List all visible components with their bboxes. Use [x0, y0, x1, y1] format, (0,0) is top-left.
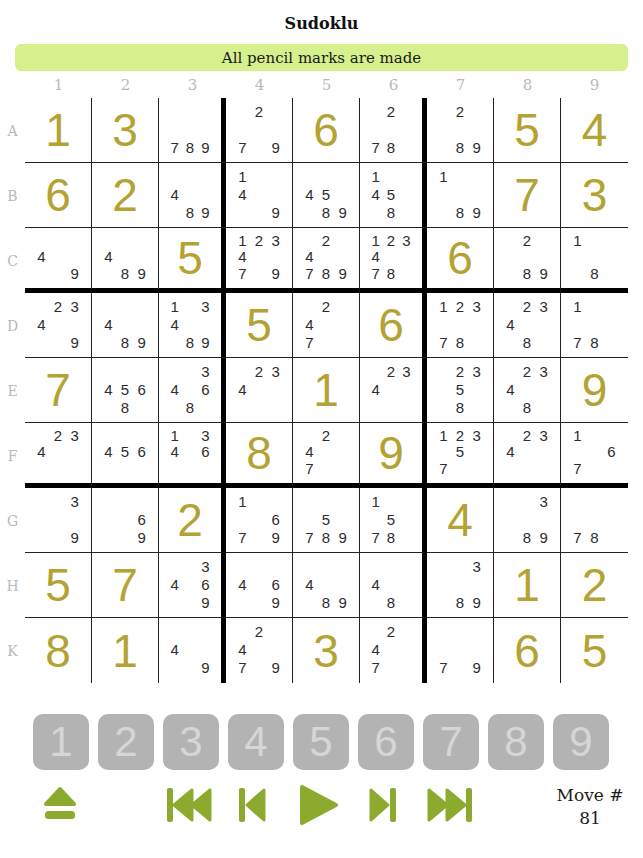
pencil-mark-1: 1 — [435, 427, 452, 444]
pencil-mark-9: 9 — [198, 138, 213, 156]
pencil-mark-7: 7 — [569, 333, 586, 351]
solved-digit: 1 — [293, 358, 359, 422]
solved-digit: 9 — [360, 423, 422, 483]
pencil-mark-4: 4 — [167, 444, 182, 461]
cell-H2[interactable]: 7 — [92, 553, 159, 618]
pencil-mark-9: 9 — [133, 528, 150, 546]
cell-F5[interactable]: 247 — [293, 423, 360, 488]
cell-E1[interactable]: 7 — [25, 358, 92, 423]
cell-F3[interactable]: 1346 — [159, 423, 226, 488]
cell-A1[interactable]: 1 — [25, 98, 92, 163]
cell-C7[interactable]: 6 — [427, 228, 494, 293]
cell-F6[interactable]: 9 — [360, 423, 427, 488]
cell-K6[interactable]: 247 — [360, 618, 427, 683]
pencil-marks: 123479 — [234, 232, 284, 282]
cell-K4[interactable]: 2479 — [226, 618, 293, 683]
pencil-mark-8: 8 — [383, 265, 398, 282]
cell-K2[interactable]: 1 — [92, 618, 159, 683]
pencil-mark-4: 4 — [368, 575, 383, 593]
pencil-mark-9: 9 — [198, 659, 213, 677]
numpad-button-8[interactable]: 8 — [488, 714, 544, 770]
cell-B5[interactable]: 4589 — [293, 163, 360, 228]
cell-G6[interactable]: 1578 — [360, 488, 427, 553]
column-label-2: 2 — [92, 76, 159, 94]
pencil-mark-4: 4 — [234, 249, 251, 266]
pencil-marks: 78 — [569, 492, 620, 546]
pencil-mark-9: 9 — [267, 659, 284, 677]
solved-digit: 1 — [25, 98, 91, 162]
column-label-3: 3 — [159, 76, 226, 94]
pencil-mark-7: 7 — [167, 138, 182, 156]
pencil-mark-2: 2 — [318, 297, 335, 315]
cell-F9[interactable]: 167 — [561, 423, 628, 488]
pencil-mark-9: 9 — [66, 333, 83, 351]
pencil-marks: 247 — [368, 622, 414, 677]
pencil-mark-7: 7 — [301, 333, 318, 351]
pencil-mark-4: 4 — [100, 444, 117, 461]
pencil-marks: 389 — [502, 492, 552, 546]
pencil-mark-9: 9 — [334, 593, 351, 611]
pencil-mark-8: 8 — [318, 528, 335, 546]
pencil-mark-6: 6 — [133, 444, 150, 461]
pencil-mark-7: 7 — [234, 659, 251, 677]
pencil-mark-8: 8 — [182, 333, 197, 351]
pencil-mark-2: 2 — [318, 427, 335, 444]
pencil-mark-4: 4 — [167, 185, 182, 203]
cell-E6[interactable]: 234 — [360, 358, 427, 423]
pencil-marks: 789 — [167, 102, 213, 156]
status-banner: All pencil marks are made — [15, 44, 628, 71]
pencil-mark-1: 1 — [435, 297, 452, 315]
status-banner-text: All pencil marks are made — [222, 49, 421, 67]
pencil-mark-8: 8 — [383, 138, 398, 156]
pencil-mark-2: 2 — [50, 427, 67, 444]
pencil-mark-8: 8 — [586, 528, 603, 546]
pencil-marks: 167 — [569, 427, 620, 477]
pencil-mark-3: 3 — [66, 492, 83, 510]
cell-H5[interactable]: 489 — [293, 553, 360, 618]
pencil-mark-4: 4 — [301, 249, 318, 266]
pencil-mark-5: 5 — [117, 380, 134, 398]
pencil-marks: 12357 — [435, 427, 485, 477]
pencil-marks: 2479 — [234, 622, 284, 677]
pencil-marks: 389 — [435, 557, 485, 611]
pencil-mark-9: 9 — [66, 528, 83, 546]
pencil-mark-9: 9 — [334, 265, 351, 282]
pencil-marks: 289 — [502, 232, 552, 282]
pencil-mark-2: 2 — [519, 297, 536, 315]
cell-C8[interactable]: 289 — [494, 228, 561, 293]
cell-C5[interactable]: 24789 — [293, 228, 360, 293]
cell-F1[interactable]: 234 — [25, 423, 92, 488]
cell-F8[interactable]: 234 — [494, 423, 561, 488]
cell-D5[interactable]: 247 — [293, 293, 360, 358]
cell-B3[interactable]: 489 — [159, 163, 226, 228]
numpad-button-6[interactable]: 6 — [358, 714, 414, 770]
step-back-button[interactable] — [239, 788, 266, 822]
pencil-mark-1: 1 — [368, 167, 383, 185]
pencil-mark-2: 2 — [251, 622, 268, 640]
pencil-mark-8: 8 — [519, 265, 536, 282]
cell-A6[interactable]: 278 — [360, 98, 427, 163]
pencil-mark-2: 2 — [383, 362, 398, 380]
cell-G4[interactable]: 1679 — [226, 488, 293, 553]
row-label-C: C — [0, 228, 25, 293]
pencil-marks: 278 — [368, 102, 414, 156]
solved-digit: 3 — [293, 618, 359, 683]
pencil-marks: 489 — [301, 557, 351, 611]
pencil-mark-6: 6 — [133, 510, 150, 528]
pencil-mark-6: 6 — [198, 380, 213, 398]
pencil-marks: 69 — [100, 492, 150, 546]
pencil-mark-4: 4 — [301, 575, 318, 593]
pencil-mark-4: 4 — [167, 640, 182, 658]
pencil-marks: 2358 — [435, 362, 485, 416]
pencil-mark-2: 2 — [383, 102, 398, 120]
pencil-mark-2: 2 — [452, 362, 469, 380]
row-label-E: E — [0, 358, 25, 423]
pencil-mark-3: 3 — [468, 557, 485, 575]
pencil-mark-7: 7 — [234, 138, 251, 156]
cell-D7[interactable]: 12378 — [427, 293, 494, 358]
pencil-marks: 234 — [368, 362, 414, 416]
pencil-mark-1: 1 — [234, 492, 251, 510]
pencil-mark-9: 9 — [468, 659, 485, 677]
pencil-marks: 2349 — [33, 297, 83, 351]
column-label-7: 7 — [427, 76, 494, 94]
cell-K7[interactable]: 79 — [427, 618, 494, 683]
cell-K3[interactable]: 49 — [159, 618, 226, 683]
pencil-mark-8: 8 — [383, 203, 398, 221]
pencil-mark-3: 3 — [267, 362, 284, 380]
pencil-marks: 247 — [301, 427, 351, 477]
pencil-mark-4: 4 — [301, 185, 318, 203]
pencil-mark-4: 4 — [100, 249, 117, 266]
pencil-mark-5: 5 — [383, 185, 398, 203]
pencil-marks: 1679 — [234, 492, 284, 546]
pencil-mark-8: 8 — [383, 528, 398, 546]
cell-G8[interactable]: 389 — [494, 488, 561, 553]
pencil-marks: 5789 — [301, 492, 351, 546]
numpad-button-7[interactable]: 7 — [423, 714, 479, 770]
solved-digit: 6 — [360, 293, 422, 357]
pencil-mark-5: 5 — [318, 185, 335, 203]
column-labels: 123456789 — [25, 76, 628, 94]
play-button[interactable] — [299, 784, 339, 826]
pencil-marks: 4589 — [301, 167, 351, 221]
pencil-marks: 279 — [234, 102, 284, 156]
pencil-marks: 469 — [234, 557, 284, 611]
pencil-mark-9: 9 — [267, 593, 284, 611]
pencil-mark-4: 4 — [234, 575, 251, 593]
pencil-mark-1: 1 — [435, 167, 452, 185]
cell-A8[interactable]: 5 — [494, 98, 561, 163]
pencil-marks: 247 — [301, 297, 351, 351]
cell-D3[interactable]: 13489 — [159, 293, 226, 358]
pencil-mark-2: 2 — [251, 102, 268, 120]
pencil-mark-9: 9 — [468, 593, 485, 611]
pencil-mark-4: 4 — [234, 380, 251, 398]
pencil-mark-9: 9 — [535, 265, 552, 282]
pencil-mark-7: 7 — [435, 460, 452, 477]
pencil-mark-8: 8 — [586, 265, 603, 282]
pencil-mark-7: 7 — [234, 265, 251, 282]
cell-A9[interactable]: 4 — [561, 98, 628, 163]
cell-G7[interactable]: 4 — [427, 488, 494, 553]
pencil-mark-4: 4 — [33, 315, 50, 333]
move-counter-label: Move # — [545, 784, 635, 807]
cell-H9[interactable]: 2 — [561, 553, 628, 618]
cell-A4[interactable]: 279 — [226, 98, 293, 163]
pencil-mark-4: 4 — [234, 185, 251, 203]
cell-A2[interactable]: 3 — [92, 98, 159, 163]
cell-H1[interactable]: 5 — [25, 553, 92, 618]
pencil-mark-9: 9 — [133, 265, 150, 282]
pencil-marks: 289 — [435, 102, 485, 156]
pencil-mark-4: 4 — [368, 249, 383, 266]
pencil-mark-1: 1 — [167, 297, 182, 315]
cell-E7[interactable]: 2358 — [427, 358, 494, 423]
numpad-button-3[interactable]: 3 — [163, 714, 219, 770]
cell-D6[interactable]: 6 — [360, 293, 427, 358]
numpad-button-1[interactable]: 1 — [33, 714, 89, 770]
cell-F4[interactable]: 8 — [226, 423, 293, 488]
solved-digit: 5 — [561, 618, 628, 683]
pencil-marks: 189 — [435, 167, 485, 221]
cell-B4[interactable]: 149 — [226, 163, 293, 228]
pencil-mark-8: 8 — [182, 203, 197, 221]
pencil-mark-6: 6 — [603, 444, 620, 461]
pencil-mark-7: 7 — [368, 659, 383, 677]
cell-A3[interactable]: 789 — [159, 98, 226, 163]
pencil-mark-9: 9 — [267, 203, 284, 221]
pencil-mark-2: 2 — [383, 622, 398, 640]
pencil-marks: 456 — [100, 427, 150, 477]
pencil-mark-9: 9 — [468, 203, 485, 221]
skip-to-start-button[interactable] — [167, 788, 213, 822]
pencil-mark-3: 3 — [468, 427, 485, 444]
pencil-mark-8: 8 — [117, 398, 134, 416]
pencil-marks: 1458 — [368, 167, 414, 221]
step-forward-button[interactable] — [369, 788, 396, 822]
pencil-mark-3: 3 — [535, 297, 552, 315]
pencil-mark-8: 8 — [318, 203, 335, 221]
cell-G2[interactable]: 69 — [92, 488, 159, 553]
cell-C3[interactable]: 5 — [159, 228, 226, 293]
pencil-mark-4: 4 — [368, 185, 383, 203]
pencil-mark-6: 6 — [133, 380, 150, 398]
cell-B8[interactable]: 7 — [494, 163, 561, 228]
column-label-4: 4 — [226, 76, 293, 94]
solved-digit: 2 — [92, 163, 158, 227]
pencil-marks: 178 — [569, 297, 620, 351]
pencil-marks: 13489 — [167, 297, 213, 351]
cell-C4[interactable]: 123479 — [226, 228, 293, 293]
pencil-mark-7: 7 — [569, 460, 586, 477]
pencil-marks: 4568 — [100, 362, 150, 416]
cell-B7[interactable]: 189 — [427, 163, 494, 228]
pencil-mark-8: 8 — [452, 203, 469, 221]
pencil-mark-7: 7 — [368, 138, 383, 156]
cell-K1[interactable]: 8 — [25, 618, 92, 683]
pencil-mark-3: 3 — [198, 427, 213, 444]
row-label-H: H — [0, 553, 25, 618]
cell-K8[interactable]: 6 — [494, 618, 561, 683]
solved-digit: 4 — [427, 488, 493, 552]
cell-D9[interactable]: 178 — [561, 293, 628, 358]
step-forward-icon — [369, 788, 396, 822]
column-label-9: 9 — [561, 76, 628, 94]
cell-E3[interactable]: 3468 — [159, 358, 226, 423]
row-label-F: F — [0, 423, 25, 488]
cell-D1[interactable]: 2349 — [25, 293, 92, 358]
cell-E2[interactable]: 4568 — [92, 358, 159, 423]
numpad-button-4[interactable]: 4 — [228, 714, 284, 770]
solved-digit: 9 — [561, 358, 628, 422]
cell-B9[interactable]: 3 — [561, 163, 628, 228]
pencil-mark-1: 1 — [167, 427, 182, 444]
move-counter: Move # 81 — [545, 784, 635, 830]
pencil-mark-4: 4 — [301, 444, 318, 461]
pencil-mark-3: 3 — [66, 427, 83, 444]
pencil-mark-8: 8 — [452, 138, 469, 156]
cell-D8[interactable]: 2348 — [494, 293, 561, 358]
cell-G9[interactable]: 78 — [561, 488, 628, 553]
pencil-mark-3: 3 — [535, 427, 552, 444]
pencil-mark-8: 8 — [519, 333, 536, 351]
cell-D2[interactable]: 489 — [92, 293, 159, 358]
pencil-mark-4: 4 — [368, 380, 383, 398]
cell-H7[interactable]: 389 — [427, 553, 494, 618]
cell-F2[interactable]: 456 — [92, 423, 159, 488]
skip-to-end-button[interactable] — [426, 788, 472, 822]
pencil-mark-7: 7 — [368, 528, 383, 546]
cell-B2[interactable]: 2 — [92, 163, 159, 228]
pencil-marks: 489 — [100, 297, 150, 351]
solved-digit: 3 — [561, 163, 628, 227]
pencil-mark-4: 4 — [100, 380, 117, 398]
pencil-mark-9: 9 — [198, 333, 213, 351]
pencil-mark-2: 2 — [452, 427, 469, 444]
pencil-mark-6: 6 — [198, 575, 213, 593]
pencil-mark-8: 8 — [383, 593, 398, 611]
cell-B1[interactable]: 6 — [25, 163, 92, 228]
pencil-mark-7: 7 — [569, 528, 586, 546]
pencil-mark-4: 4 — [502, 380, 519, 398]
column-label-8: 8 — [494, 76, 561, 94]
pencil-marks: 489 — [167, 167, 213, 221]
cell-E9[interactable]: 9 — [561, 358, 628, 423]
cell-K5[interactable]: 3 — [293, 618, 360, 683]
pencil-mark-4: 4 — [167, 380, 182, 398]
pencil-marks: 49 — [33, 232, 83, 282]
cell-C9[interactable]: 18 — [561, 228, 628, 293]
cell-C2[interactable]: 489 — [92, 228, 159, 293]
solved-digit: 8 — [226, 423, 292, 483]
pencil-marks: 234 — [234, 362, 284, 416]
cell-C1[interactable]: 49 — [25, 228, 92, 293]
pencil-mark-1: 1 — [569, 232, 586, 249]
cell-H3[interactable]: 3469 — [159, 553, 226, 618]
cell-E4[interactable]: 234 — [226, 358, 293, 423]
pencil-mark-4: 4 — [167, 575, 182, 593]
pencil-mark-5: 5 — [452, 444, 469, 461]
row-labels: ABCDEFGHK — [0, 98, 25, 683]
skip-to-end-icon — [426, 788, 472, 822]
cell-F7[interactable]: 12357 — [427, 423, 494, 488]
cell-B6[interactable]: 1458 — [360, 163, 427, 228]
cell-C6[interactable]: 123478 — [360, 228, 427, 293]
pencil-mark-2: 2 — [519, 232, 536, 249]
cell-K9[interactable]: 5 — [561, 618, 628, 683]
numpad-button-9[interactable]: 9 — [553, 714, 609, 770]
cell-E8[interactable]: 2348 — [494, 358, 561, 423]
pencil-mark-3: 3 — [468, 297, 485, 315]
pencil-mark-8: 8 — [318, 593, 335, 611]
pencil-mark-9: 9 — [468, 138, 485, 156]
solved-digit: 5 — [25, 553, 91, 617]
pencil-mark-9: 9 — [334, 203, 351, 221]
cell-H6[interactable]: 48 — [360, 553, 427, 618]
pencil-marks: 2348 — [502, 297, 552, 351]
numpad-button-2[interactable]: 2 — [98, 714, 154, 770]
pencil-mark-2: 2 — [50, 297, 67, 315]
pencil-marks: 48 — [368, 557, 414, 611]
pencil-marks: 12378 — [435, 297, 485, 351]
pencil-mark-4: 4 — [167, 315, 182, 333]
pencil-mark-8: 8 — [117, 333, 134, 351]
pencil-mark-9: 9 — [66, 265, 83, 282]
numpad-button-5[interactable]: 5 — [293, 714, 349, 770]
pencil-mark-3: 3 — [198, 557, 213, 575]
pencil-mark-6: 6 — [267, 510, 284, 528]
pencil-mark-1: 1 — [234, 167, 251, 185]
column-label-6: 6 — [360, 76, 427, 94]
pencil-mark-3: 3 — [399, 362, 414, 380]
pencil-marks: 79 — [435, 622, 485, 677]
cell-H8[interactable]: 1 — [494, 553, 561, 618]
row-label-G: G — [0, 488, 25, 553]
pencil-mark-4: 4 — [502, 315, 519, 333]
pencil-mark-9: 9 — [198, 593, 213, 611]
cell-A5[interactable]: 6 — [293, 98, 360, 163]
pencil-mark-3: 3 — [267, 232, 284, 249]
cell-G3[interactable]: 2 — [159, 488, 226, 553]
pencil-mark-1: 1 — [368, 492, 383, 510]
pencil-mark-4: 4 — [368, 640, 383, 658]
pencil-mark-3: 3 — [66, 297, 83, 315]
pencil-mark-8: 8 — [586, 333, 603, 351]
eject-button[interactable] — [42, 785, 78, 823]
cell-G1[interactable]: 39 — [25, 488, 92, 553]
pencil-mark-6: 6 — [267, 575, 284, 593]
cell-E5[interactable]: 1 — [293, 358, 360, 423]
pencil-mark-9: 9 — [198, 203, 213, 221]
pencil-mark-9: 9 — [267, 528, 284, 546]
pencil-marks: 3468 — [167, 362, 213, 416]
column-label-1: 1 — [25, 76, 92, 94]
solved-digit: 6 — [25, 163, 91, 227]
pencil-marks: 234 — [33, 427, 83, 477]
pencil-mark-2: 2 — [251, 362, 268, 380]
cell-G5[interactable]: 5789 — [293, 488, 360, 553]
cell-H4[interactable]: 469 — [226, 553, 293, 618]
cell-D4[interactable]: 5 — [226, 293, 293, 358]
pencil-mark-2: 2 — [251, 232, 268, 249]
cell-A7[interactable]: 289 — [427, 98, 494, 163]
pencil-mark-1: 1 — [368, 232, 383, 249]
pencil-mark-2: 2 — [519, 362, 536, 380]
